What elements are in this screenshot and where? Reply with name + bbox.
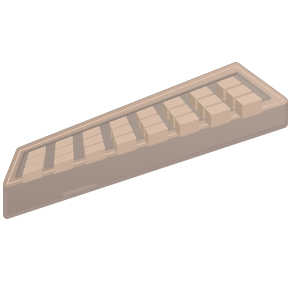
tray-scene xyxy=(0,0,290,290)
canvas xyxy=(0,0,290,290)
